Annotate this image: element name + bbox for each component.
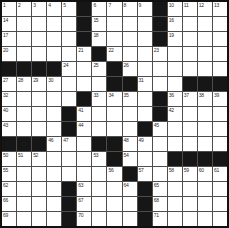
- black-cell-r10c8: [107, 137, 121, 151]
- cell-r14c11[interactable]: 68: [153, 197, 167, 211]
- cell-r9c7[interactable]: [92, 122, 106, 136]
- clue-number: 69: [3, 212, 8, 218]
- black-cell-r5c3: [32, 62, 46, 76]
- cell-r14c14[interactable]: [198, 197, 212, 211]
- cell-r13c3[interactable]: [32, 182, 46, 196]
- cell-r15c15[interactable]: [213, 212, 227, 226]
- clue-number: 15: [93, 17, 98, 23]
- cell-r13c12[interactable]: [168, 182, 182, 196]
- cell-r8c3[interactable]: [32, 107, 46, 121]
- cell-r12c15[interactable]: 61: [213, 167, 227, 181]
- cell-r3c3[interactable]: [32, 32, 46, 46]
- clue-number: 32: [3, 92, 8, 98]
- cell-r9c11[interactable]: 45: [153, 122, 167, 136]
- clue-number: 65: [154, 182, 159, 188]
- cell-r13c1[interactable]: 62: [2, 182, 16, 196]
- cell-r6c3[interactable]: 29: [32, 77, 46, 91]
- black-cell-r12c9: [123, 167, 137, 181]
- cell-r10c12[interactable]: [168, 137, 182, 151]
- cell-r11c1[interactable]: 50: [2, 152, 16, 166]
- cell-r5c15[interactable]: [213, 62, 227, 76]
- cell-r9c14[interactable]: [198, 122, 212, 136]
- clue-number: 47: [63, 137, 68, 143]
- black-cell-r6c14: [198, 77, 212, 91]
- black-cell-r2c11: [153, 17, 167, 31]
- cell-r7c10[interactable]: [138, 92, 152, 106]
- black-cell-r2c6: [77, 17, 91, 31]
- black-cell-r14c10: [138, 197, 152, 211]
- black-cell-r11c13: [183, 152, 197, 166]
- clue-number: 57: [139, 167, 144, 173]
- clue-number: 49: [139, 137, 144, 143]
- cell-r1c4[interactable]: 4: [47, 2, 61, 16]
- cell-r3c1[interactable]: 17: [2, 32, 16, 46]
- cell-r12c8[interactable]: 56: [107, 167, 121, 181]
- cell-r5c12[interactable]: [168, 62, 182, 76]
- cell-r10c6[interactable]: [77, 137, 91, 151]
- cell-r15c1[interactable]: 69: [2, 212, 16, 226]
- cell-r13c9[interactable]: 64: [123, 182, 137, 196]
- cell-r12c10[interactable]: 57: [138, 167, 152, 181]
- crossword-board: 1234567891011121314151617181920212223242…: [0, 0, 229, 228]
- clue-number: 18: [93, 32, 98, 38]
- clue-number: 55: [3, 167, 8, 173]
- black-cell-r10c7: [92, 137, 106, 151]
- clue-number: 4: [48, 2, 50, 8]
- clue-number: 22: [108, 47, 113, 53]
- clue-number: 48: [124, 137, 129, 143]
- black-cell-r9c10: [138, 122, 152, 136]
- cell-r4c4[interactable]: [47, 47, 61, 61]
- clue-number: 56: [108, 167, 113, 173]
- cell-r13c2[interactable]: [17, 182, 31, 196]
- cell-r15c9[interactable]: [123, 212, 137, 226]
- cell-r8c2[interactable]: [17, 107, 31, 121]
- black-cell-r3c6: [77, 32, 91, 46]
- clue-number: 38: [199, 92, 204, 98]
- cell-r7c7[interactable]: 33: [92, 92, 106, 106]
- cell-r6c1[interactable]: 27: [2, 77, 16, 91]
- clue-number: 31: [139, 77, 144, 83]
- cell-r7c14[interactable]: 38: [198, 92, 212, 106]
- cell-r11c5[interactable]: [62, 152, 76, 166]
- cell-r9c2[interactable]: [17, 122, 31, 136]
- cell-r4c3[interactable]: [32, 47, 46, 61]
- clue-number: 50: [3, 152, 8, 158]
- black-cell-r5c8: [107, 62, 121, 76]
- black-cell-r14c5: [62, 197, 76, 211]
- cell-r2c8[interactable]: [107, 17, 121, 31]
- clue-number: 43: [3, 122, 8, 128]
- cell-r4c11[interactable]: 23: [153, 47, 167, 61]
- cell-r4c14[interactable]: [198, 47, 212, 61]
- cell-r9c13[interactable]: [183, 122, 197, 136]
- clue-number: 35: [124, 92, 129, 98]
- cell-r3c12[interactable]: 19: [168, 32, 182, 46]
- cell-r7c8[interactable]: 34: [107, 92, 121, 106]
- clue-number: 17: [3, 32, 8, 38]
- clue-number: 21: [78, 47, 83, 53]
- cell-r2c4[interactable]: [47, 17, 61, 31]
- clue-number: 59: [184, 167, 189, 173]
- cell-r13c13[interactable]: [183, 182, 197, 196]
- clue-number: 1: [3, 2, 5, 8]
- cell-r11c9[interactable]: 54: [123, 152, 137, 166]
- black-cell-r11c15: [213, 152, 227, 166]
- cell-r2c15[interactable]: [213, 17, 227, 31]
- cell-r1c15[interactable]: 13: [213, 2, 227, 16]
- cell-r8c6[interactable]: 41: [77, 107, 91, 121]
- cell-r5c9[interactable]: 26: [123, 62, 137, 76]
- cell-r15c12[interactable]: [168, 212, 182, 226]
- clue-number: 34: [108, 92, 113, 98]
- cell-r9c4[interactable]: [47, 122, 61, 136]
- cell-r8c7[interactable]: [92, 107, 106, 121]
- black-cell-r7c11: [153, 92, 167, 106]
- cell-r4c1[interactable]: 20: [2, 47, 16, 61]
- clue-number: 41: [78, 107, 83, 113]
- cell-r9c6[interactable]: 44: [77, 122, 91, 136]
- black-cell-r4c7: [92, 47, 106, 61]
- clue-number: 28: [18, 77, 23, 83]
- cell-r4c10[interactable]: [138, 47, 152, 61]
- black-cell-r5c1: [2, 62, 16, 76]
- cell-r2c10[interactable]: [138, 17, 152, 31]
- clue-number: 33: [93, 92, 98, 98]
- clue-number: 8: [124, 2, 126, 8]
- cell-r1c10[interactable]: 9: [138, 2, 152, 16]
- black-cell-r11c8: [107, 152, 121, 166]
- black-cell-r10c1: [2, 137, 16, 151]
- clue-number: 13: [214, 2, 219, 8]
- clue-number: 64: [124, 182, 129, 188]
- cell-r12c1[interactable]: 55: [2, 167, 16, 181]
- cell-r1c7[interactable]: 6: [92, 2, 106, 16]
- cell-r12c6[interactable]: [77, 167, 91, 181]
- cell-r3c9[interactable]: [123, 32, 137, 46]
- cell-r12c13[interactable]: 59: [183, 167, 197, 181]
- cell-r3c2[interactable]: [17, 32, 31, 46]
- cell-r7c12[interactable]: 36: [168, 92, 182, 106]
- cell-r8c13[interactable]: [183, 107, 197, 121]
- clue-number: 53: [93, 152, 98, 158]
- cell-r3c10[interactable]: [138, 32, 152, 46]
- cell-r5c13[interactable]: [183, 62, 197, 76]
- cell-r5c14[interactable]: [198, 62, 212, 76]
- cell-r3c14[interactable]: [198, 32, 212, 46]
- cell-r9c15[interactable]: [213, 122, 227, 136]
- cell-r6c7[interactable]: [92, 77, 106, 91]
- cell-r3c13[interactable]: [183, 32, 197, 46]
- cell-r5c5[interactable]: 24: [62, 62, 76, 76]
- cell-r6c11[interactable]: [153, 77, 167, 91]
- black-cell-r15c5: [62, 212, 76, 226]
- cell-r9c8[interactable]: [107, 122, 121, 136]
- clue-number: 40: [3, 107, 8, 113]
- clue-number: 44: [78, 122, 83, 128]
- clue-number: 51: [18, 152, 23, 158]
- clue-number: 7: [108, 2, 110, 8]
- cell-r7c9[interactable]: 35: [123, 92, 137, 106]
- cell-r15c11[interactable]: 71: [153, 212, 167, 226]
- cell-r14c3[interactable]: [32, 197, 46, 211]
- cell-r4c15[interactable]: [213, 47, 227, 61]
- cell-r1c13[interactable]: 11: [183, 2, 197, 16]
- clue-number: 26: [124, 62, 129, 68]
- cell-r13c4[interactable]: [47, 182, 61, 196]
- cell-r10c5[interactable]: 47: [62, 137, 76, 151]
- black-cell-r5c4: [47, 62, 61, 76]
- clue-number: 37: [184, 92, 189, 98]
- clue-number: 70: [78, 212, 83, 218]
- cell-r2c3[interactable]: [32, 17, 46, 31]
- cell-r7c2[interactable]: [17, 92, 31, 106]
- cell-r11c7[interactable]: 53: [92, 152, 106, 166]
- cell-r4c13[interactable]: [183, 47, 197, 61]
- black-cell-r5c2: [17, 62, 31, 76]
- cell-r9c3[interactable]: [32, 122, 46, 136]
- cell-r1c14[interactable]: 12: [198, 2, 212, 16]
- cell-r11c2[interactable]: 51: [17, 152, 31, 166]
- cell-r14c2[interactable]: [17, 197, 31, 211]
- black-cell-r11c14: [198, 152, 212, 166]
- cell-r12c7[interactable]: [92, 167, 106, 181]
- cell-r11c11[interactable]: [153, 152, 167, 166]
- cell-r9c1[interactable]: 43: [2, 122, 16, 136]
- clue-number: 6: [93, 2, 95, 8]
- black-cell-r1c11: [153, 2, 167, 16]
- cell-r11c6[interactable]: [77, 152, 91, 166]
- cell-r3c4[interactable]: [47, 32, 61, 46]
- black-cell-r8c11: [153, 107, 167, 121]
- clue-number: 10: [169, 2, 174, 8]
- cell-r10c13[interactable]: [183, 137, 197, 151]
- cell-r14c8[interactable]: [107, 197, 121, 211]
- clue-number: 20: [3, 47, 8, 53]
- cell-r9c9[interactable]: [123, 122, 137, 136]
- crossword-diagram: 1234567891011121314151617181920212223242…: [0, 0, 229, 228]
- cell-r6c6[interactable]: [77, 77, 91, 91]
- clue-number: 63: [78, 182, 83, 188]
- cell-r5c11[interactable]: [153, 62, 167, 76]
- cell-r13c6[interactable]: 63: [77, 182, 91, 196]
- clue-number: 62: [3, 182, 8, 188]
- clue-number: 25: [93, 62, 98, 68]
- cell-r4c8[interactable]: 22: [107, 47, 121, 61]
- cell-r14c4[interactable]: [47, 197, 61, 211]
- clue-number: 71: [154, 212, 159, 218]
- cell-r8c8[interactable]: [107, 107, 121, 121]
- cell-r15c3[interactable]: [32, 212, 46, 226]
- cell-r12c11[interactable]: [153, 167, 167, 181]
- cell-r9c12[interactable]: [168, 122, 182, 136]
- cell-r14c6[interactable]: 67: [77, 197, 91, 211]
- cell-r14c12[interactable]: [168, 197, 182, 211]
- cell-r2c12[interactable]: 16: [168, 17, 182, 31]
- cell-r12c5[interactable]: [62, 167, 76, 181]
- cell-r4c5[interactable]: [62, 47, 76, 61]
- cell-r13c8[interactable]: [107, 182, 121, 196]
- black-cell-r13c5: [62, 182, 76, 196]
- cell-r15c13[interactable]: [183, 212, 197, 226]
- black-cell-r10c2: [17, 137, 31, 151]
- cell-r15c14[interactable]: [198, 212, 212, 226]
- black-cell-r1c6: [77, 2, 91, 16]
- cell-r10c10[interactable]: 49: [138, 137, 152, 151]
- cell-r6c10[interactable]: 31: [138, 77, 152, 91]
- cell-r8c10[interactable]: [138, 107, 152, 121]
- cell-r10c4[interactable]: 46: [47, 137, 61, 151]
- cell-r12c12[interactable]: 58: [168, 167, 182, 181]
- clue-number: 19: [169, 32, 174, 38]
- cell-r12c3[interactable]: [32, 167, 46, 181]
- cell-r8c1[interactable]: 40: [2, 107, 16, 121]
- black-cell-r15c10: [138, 212, 152, 226]
- clue-number: 2: [18, 2, 20, 8]
- clue-number: 29: [33, 77, 38, 83]
- clue-number: 54: [124, 152, 129, 158]
- cell-r11c3[interactable]: 52: [32, 152, 46, 166]
- clue-number: 68: [154, 197, 159, 203]
- black-cell-r3c11: [153, 32, 167, 46]
- clue-number: 12: [199, 2, 204, 8]
- cell-r7c13[interactable]: 37: [183, 92, 197, 106]
- cell-r3c7[interactable]: 18: [92, 32, 106, 46]
- black-cell-r7c6: [77, 92, 91, 106]
- cell-r14c15[interactable]: [213, 197, 227, 211]
- cell-r12c2[interactable]: [17, 167, 31, 181]
- cell-r1c5[interactable]: 5: [62, 2, 76, 16]
- clue-number: 61: [214, 167, 219, 173]
- clue-number: 16: [169, 17, 174, 23]
- cell-r14c13[interactable]: [183, 197, 197, 211]
- clue-number: 60: [199, 167, 204, 173]
- black-cell-r8c5: [62, 107, 76, 121]
- cell-r1c2[interactable]: 2: [17, 2, 31, 16]
- clue-number: 23: [154, 47, 159, 53]
- cell-r2c1[interactable]: 14: [2, 17, 16, 31]
- cell-r15c4[interactable]: [47, 212, 61, 226]
- clue-number: 30: [48, 77, 53, 83]
- clue-number: 14: [3, 17, 8, 23]
- black-cell-r6c8: [107, 77, 121, 91]
- black-cell-r6c9: [123, 77, 137, 91]
- black-cell-r6c15: [213, 77, 227, 91]
- clue-number: 66: [3, 197, 8, 203]
- clue-number: 27: [3, 77, 8, 83]
- cell-r12c14[interactable]: 60: [198, 167, 212, 181]
- clue-number: 36: [169, 92, 174, 98]
- cell-r6c4[interactable]: 30: [47, 77, 61, 91]
- clue-number: 5: [63, 2, 65, 8]
- clue-number: 11: [184, 2, 189, 8]
- cell-r7c1[interactable]: 32: [2, 92, 16, 106]
- cell-r15c8[interactable]: [107, 212, 121, 226]
- cell-r3c5[interactable]: [62, 32, 76, 46]
- cell-r2c7[interactable]: 15: [92, 17, 106, 31]
- cell-r10c9[interactable]: 48: [123, 137, 137, 151]
- black-cell-r11c12: [168, 152, 182, 166]
- cell-r2c13[interactable]: [183, 17, 197, 31]
- cell-r8c4[interactable]: [47, 107, 61, 121]
- cell-r13c14[interactable]: [198, 182, 212, 196]
- cell-r5c7[interactable]: 25: [92, 62, 106, 76]
- cell-r10c15[interactable]: [213, 137, 227, 151]
- cell-r10c11[interactable]: [153, 137, 167, 151]
- cell-r5c10[interactable]: [138, 62, 152, 76]
- cell-r6c12[interactable]: [168, 77, 182, 91]
- cell-r12c4[interactable]: [47, 167, 61, 181]
- cell-r7c15[interactable]: 39: [213, 92, 227, 106]
- cell-r3c8[interactable]: [107, 32, 121, 46]
- cell-r2c5[interactable]: [62, 17, 76, 31]
- cell-r14c7[interactable]: [92, 197, 106, 211]
- cell-r7c3[interactable]: [32, 92, 46, 106]
- cell-r8c9[interactable]: [123, 107, 137, 121]
- cell-r10c14[interactable]: [198, 137, 212, 151]
- cell-r6c2[interactable]: 28: [17, 77, 31, 91]
- clue-number: 67: [78, 197, 83, 203]
- cell-r1c12[interactable]: 10: [168, 2, 182, 16]
- cell-r4c12[interactable]: [168, 47, 182, 61]
- clue-number: 3: [33, 2, 35, 8]
- cell-r4c9[interactable]: [123, 47, 137, 61]
- black-cell-r10c3: [32, 137, 46, 151]
- cell-r8c12[interactable]: 42: [168, 107, 182, 121]
- clue-number: 52: [33, 152, 38, 158]
- cell-r7c5[interactable]: [62, 92, 76, 106]
- cell-r14c1[interactable]: 66: [2, 197, 16, 211]
- clue-number: 46: [48, 137, 53, 143]
- cell-r4c6[interactable]: 21: [77, 47, 91, 61]
- cell-r6c5[interactable]: [62, 77, 76, 91]
- cell-r1c3[interactable]: 3: [32, 2, 46, 16]
- clue-number: 42: [169, 107, 174, 113]
- cell-r4c2[interactable]: [17, 47, 31, 61]
- cell-r8c15[interactable]: [213, 107, 227, 121]
- cell-r2c9[interactable]: [123, 17, 137, 31]
- cell-r8c14[interactable]: [198, 107, 212, 121]
- cell-r13c7[interactable]: [92, 182, 106, 196]
- black-cell-r13c10: [138, 182, 152, 196]
- clue-number: 39: [214, 92, 219, 98]
- clue-number: 24: [63, 62, 68, 68]
- cell-r1c8[interactable]: 7: [107, 2, 121, 16]
- clue-number: 58: [169, 167, 174, 173]
- cell-r11c4[interactable]: [47, 152, 61, 166]
- cell-r2c2[interactable]: [17, 17, 31, 31]
- cell-r1c9[interactable]: 8: [123, 2, 137, 16]
- black-cell-r6c13: [183, 77, 197, 91]
- clue-number: 9: [139, 2, 141, 8]
- cell-r13c15[interactable]: [213, 182, 227, 196]
- clue-number: 45: [154, 122, 159, 128]
- cell-r15c6[interactable]: 70: [77, 212, 91, 226]
- cell-r15c2[interactable]: [17, 212, 31, 226]
- cell-r14c9[interactable]: [123, 197, 137, 211]
- cell-r5c6[interactable]: [77, 62, 91, 76]
- cell-r7c4[interactable]: [47, 92, 61, 106]
- cell-r1c1[interactable]: 1: [2, 2, 16, 16]
- cell-r3c15[interactable]: [213, 32, 227, 46]
- cell-r2c14[interactable]: [198, 17, 212, 31]
- cell-r13c11[interactable]: 65: [153, 182, 167, 196]
- black-cell-r9c5: [62, 122, 76, 136]
- cell-r15c7[interactable]: [92, 212, 106, 226]
- cell-r11c10[interactable]: [138, 152, 152, 166]
